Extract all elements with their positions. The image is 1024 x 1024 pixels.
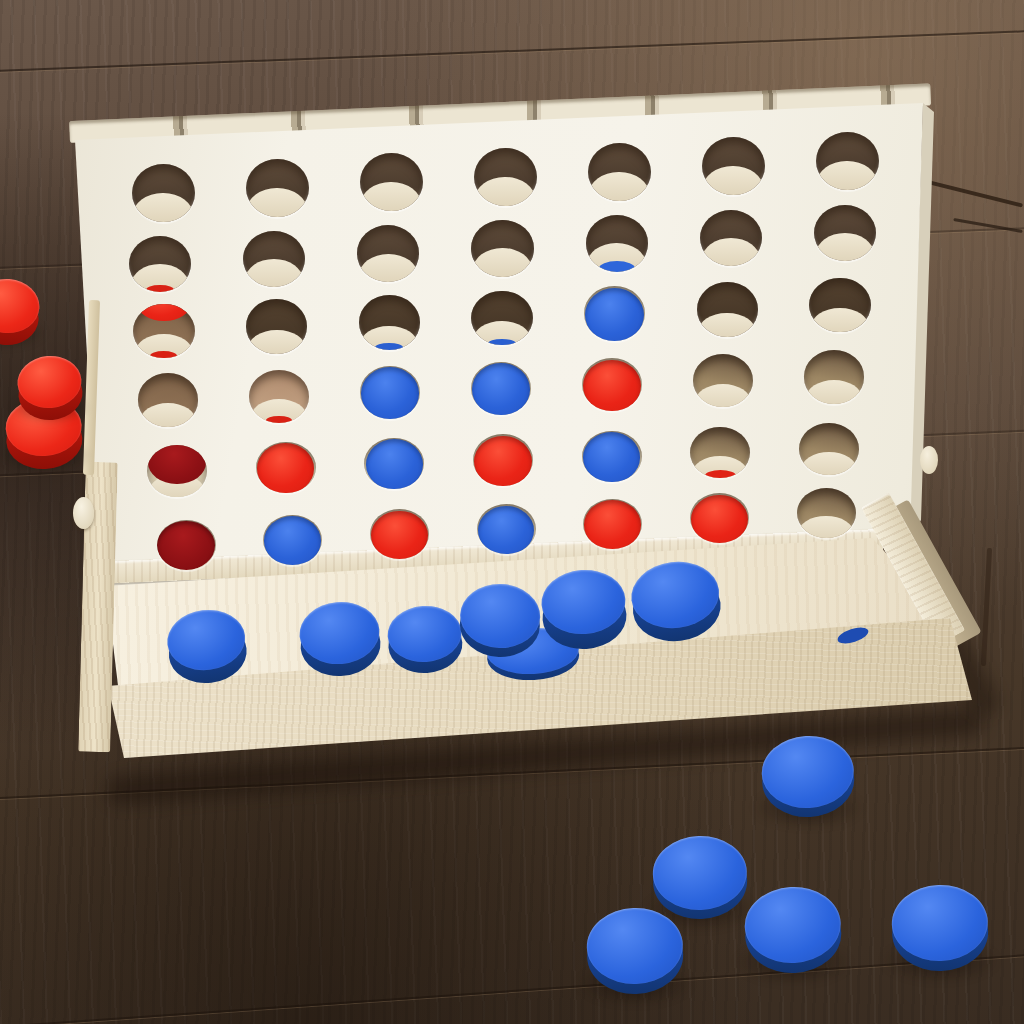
blue-disc-in-cell xyxy=(264,516,321,565)
board-cell-r3c4[interactable] xyxy=(471,291,532,346)
hole-ledge xyxy=(361,182,420,211)
board-cell-r2c1[interactable] xyxy=(129,236,191,292)
red-disc-shadowed xyxy=(157,521,215,570)
board-cell-r5c5[interactable] xyxy=(582,431,642,483)
board-cell-r6c7[interactable] xyxy=(797,488,856,538)
board-cell-r2c6[interactable] xyxy=(700,210,762,266)
scene xyxy=(0,0,1024,1024)
red-disc-in-cell xyxy=(691,495,748,544)
board-cell-r4c6[interactable] xyxy=(693,354,754,407)
board-cell-r3c5[interactable] xyxy=(584,286,645,341)
blue-disc-in-cell xyxy=(472,363,530,415)
hole-ledge xyxy=(245,259,303,287)
disc-top-sliver xyxy=(599,261,635,271)
hole-ledge xyxy=(798,516,853,538)
board-cell-r5c2[interactable] xyxy=(256,442,316,494)
hole-ledge xyxy=(475,177,534,206)
board-cell-r6c6[interactable] xyxy=(690,493,749,543)
board-cell-r4c2[interactable] xyxy=(249,370,310,423)
red-disc-in-cell xyxy=(371,511,428,560)
board-cell-r2c4[interactable] xyxy=(471,220,533,276)
board-cell-r3c3[interactable] xyxy=(359,295,420,350)
board-cell-r6c4[interactable] xyxy=(477,504,536,554)
board-cell-r4c5[interactable] xyxy=(582,358,643,411)
board-cell-r6c2[interactable] xyxy=(263,515,322,565)
red-disc-in-cell xyxy=(257,443,314,493)
board-cell-r4c7[interactable] xyxy=(804,350,865,403)
board-cell-r5c4[interactable] xyxy=(473,434,533,486)
disc-top-sliver xyxy=(146,285,173,292)
board-cell-r2c2[interactable] xyxy=(243,231,305,287)
hole-ledge xyxy=(140,403,197,426)
board-cell-r6c3[interactable] xyxy=(370,509,429,559)
hole-ledge xyxy=(806,380,863,403)
hole-ledge xyxy=(473,248,531,276)
disc-top-sliver xyxy=(266,416,293,423)
hole-ledge xyxy=(698,313,756,337)
red-disc-leaning xyxy=(137,304,191,322)
hole-ledge xyxy=(359,254,417,282)
red-disc-in-cell xyxy=(584,500,641,549)
board-holes-and-discs-layer xyxy=(0,0,1024,1024)
red-disc-in-cell xyxy=(474,436,531,486)
board-cell-r3c6[interactable] xyxy=(697,282,758,337)
board-cell-r1c7[interactable] xyxy=(816,132,879,190)
red-disc-in-cell xyxy=(583,360,641,412)
blue-disc-in-cell xyxy=(583,432,640,482)
board-cell-r5c6[interactable] xyxy=(690,427,750,479)
disc-top-sliver xyxy=(705,470,736,478)
blue-disc-in-cell xyxy=(585,288,644,341)
hole-ledge xyxy=(589,172,648,201)
blue-disc-in-cell xyxy=(478,506,535,555)
disc-top-sliver xyxy=(150,351,177,358)
board-cell-r2c5[interactable] xyxy=(586,215,648,271)
board-cell-r3c7[interactable] xyxy=(809,278,870,333)
board-cell-r5c3[interactable] xyxy=(364,438,424,490)
hole-ledge xyxy=(816,233,874,261)
board-cell-r6c1[interactable] xyxy=(157,520,216,570)
board-cell-r4c3[interactable] xyxy=(360,366,421,419)
hole-ledge xyxy=(702,238,760,266)
board-cell-r1c1[interactable] xyxy=(132,164,195,222)
hole-ledge xyxy=(703,166,762,195)
board-cell-r5c7[interactable] xyxy=(799,423,859,475)
board-cell-r5c1[interactable] xyxy=(147,445,207,497)
hole-ledge xyxy=(248,330,306,354)
board-cell-r1c6[interactable] xyxy=(702,137,765,195)
blue-disc-in-cell xyxy=(366,439,423,489)
board-cell-r1c2[interactable] xyxy=(246,159,309,217)
disc-top-sliver xyxy=(488,339,516,346)
hole-ledge xyxy=(817,161,876,190)
hole-ledge xyxy=(811,308,869,332)
hole-ledge xyxy=(801,452,857,475)
hole-ledge xyxy=(133,193,192,222)
board-cell-r4c4[interactable] xyxy=(471,362,532,415)
hole-ledge xyxy=(247,188,306,217)
board-cell-r2c3[interactable] xyxy=(357,225,419,281)
board-cell-r1c4[interactable] xyxy=(474,148,537,206)
board-cell-r3c1[interactable] xyxy=(133,304,194,359)
board-cell-r1c3[interactable] xyxy=(360,153,423,211)
blue-disc-in-cell xyxy=(361,367,419,419)
board-cell-r2c7[interactable] xyxy=(814,205,876,261)
hole-ledge xyxy=(695,384,752,407)
disc-top-sliver xyxy=(375,343,403,350)
board-cell-r3c2[interactable] xyxy=(246,299,307,354)
board-cell-r4c1[interactable] xyxy=(138,373,199,426)
board-cell-r1c5[interactable] xyxy=(588,143,651,201)
board-cell-r6c5[interactable] xyxy=(583,499,642,549)
